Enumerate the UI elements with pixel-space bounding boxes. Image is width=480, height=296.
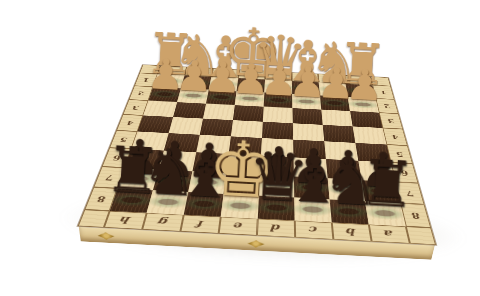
chessboard: 1♜♞♝♚♛♝♞♜12♟♟♟♟♟♟♟♟2334455667♟♟♟♟♟♟♟♟78♜… (78, 65, 436, 245)
square-e3[interactable] (233, 105, 264, 122)
file-label-text: f (180, 215, 220, 234)
brass-clasp-icon (247, 240, 264, 248)
frame-corner (78, 210, 110, 228)
square-a8[interactable]: ♜ (365, 201, 406, 226)
square-d3[interactable] (263, 107, 293, 124)
file-label-d: d (257, 219, 295, 238)
square-h3[interactable] (143, 101, 177, 117)
piece-white-pawn-a2[interactable]: ♟ (303, 61, 426, 109)
board-perspective-wrapper: 1♜♞♝♚♛♝♞♜12♟♟♟♟♟♟♟♟2334455667♟♟♟♟♟♟♟♟78♜… (109, 0, 416, 291)
white-pawn-glyph: ♟ (344, 60, 384, 111)
rank-label-text: 3 (123, 100, 149, 116)
board-plane: 1♜♞♝♚♛♝♞♜12♟♟♟♟♟♟♟♟2334455667♟♟♟♟♟♟♟♟78♜… (78, 65, 436, 245)
file-label-text: e (219, 217, 258, 236)
file-label-text: c (295, 221, 334, 240)
square-c3[interactable] (292, 108, 322, 125)
file-label-text: g (142, 213, 184, 232)
black-rook-glyph: ♜ (357, 146, 417, 223)
piece-black-rook-a8[interactable]: ♜ (308, 149, 466, 220)
square-f3[interactable] (203, 104, 235, 121)
file-label-c: c (295, 221, 334, 240)
rank-label-left-3: 3 (123, 100, 149, 116)
file-label-text: a (369, 224, 410, 243)
file-label-e: e (219, 217, 258, 236)
file-label-b: b (332, 223, 372, 242)
frame-corner (406, 226, 436, 245)
rank-label-right-3: 3 (379, 113, 403, 129)
square-g3[interactable] (173, 102, 206, 118)
brass-clasp-icon (97, 232, 115, 240)
file-label-text: b (332, 223, 372, 242)
file-label-g: g (142, 213, 184, 232)
file-label-text: d (257, 219, 295, 238)
square-a3[interactable] (350, 111, 382, 128)
file-label-a: a (369, 224, 410, 243)
rank-label-text: 3 (379, 113, 403, 129)
file-label-f: f (180, 215, 220, 234)
photo-stage: 1♜♞♝♚♛♝♞♜12♟♟♟♟♟♟♟♟2334455667♟♟♟♟♟♟♟♟78♜… (0, 0, 480, 296)
square-b3[interactable] (321, 110, 352, 127)
file-label-h: h (104, 211, 147, 230)
file-label-text: h (104, 211, 147, 230)
